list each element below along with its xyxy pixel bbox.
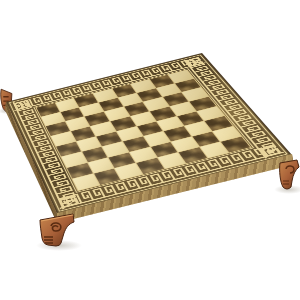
volute-carving-front (39, 213, 75, 247)
product-photo (0, 0, 300, 300)
scroll-foot-front-left (39, 213, 75, 247)
volute-carving-right (278, 159, 300, 191)
scroll-foot-right (278, 159, 300, 191)
chess-board (6, 53, 292, 214)
